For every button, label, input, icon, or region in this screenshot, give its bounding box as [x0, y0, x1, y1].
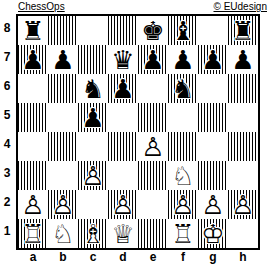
square-f2[interactable]: ♟♙: [168, 190, 198, 219]
rank-label-4: 4: [0, 130, 14, 159]
square-c3[interactable]: ♟♙: [78, 161, 108, 190]
square-a5[interactable]: [18, 103, 48, 132]
piece-outline-layer: ♘: [48, 219, 78, 248]
black-rook-a8[interactable]: ♜: [18, 16, 48, 45]
square-e6[interactable]: [138, 74, 168, 103]
square-b8[interactable]: [48, 16, 78, 45]
piece-glyph: ♟: [138, 45, 168, 74]
piece-glyph: ♞: [168, 74, 198, 103]
white-pawn-f2[interactable]: ♟♙: [168, 190, 198, 219]
square-c2[interactable]: [78, 190, 108, 219]
white-pawn-e4[interactable]: ♟♙: [138, 132, 168, 161]
square-e2[interactable]: [138, 190, 168, 219]
black-pawn-b7[interactable]: ♟: [48, 45, 78, 74]
white-pawn-b2[interactable]: ♟♙: [48, 190, 78, 219]
square-h7[interactable]: ♟: [228, 45, 258, 74]
white-king-g1[interactable]: ♚♔: [198, 219, 228, 248]
piece-glyph: ♛: [108, 45, 138, 74]
copyright-credit: © EUdesign: [213, 1, 267, 13]
white-pawn-a2[interactable]: ♟♙: [18, 190, 48, 219]
square-c7[interactable]: [78, 45, 108, 74]
rank-label-8: 8: [0, 14, 14, 43]
white-rook-f1[interactable]: ♜♖: [168, 219, 198, 248]
square-d8[interactable]: [108, 16, 138, 45]
black-pawn-a7[interactable]: ♟: [18, 45, 48, 74]
white-queen-d1[interactable]: ♛♕: [108, 219, 138, 248]
piece-glyph: ♟: [198, 45, 228, 74]
rank-label-3: 3: [0, 159, 14, 188]
piece-outline-layer: ♖: [18, 219, 48, 248]
square-c1[interactable]: ♝♗: [78, 219, 108, 248]
white-rook-a1[interactable]: ♜♖: [18, 219, 48, 248]
square-h4[interactable]: [228, 132, 258, 161]
piece-glyph: ♚: [138, 16, 168, 45]
black-knight-f6[interactable]: ♞: [168, 74, 198, 103]
square-c4[interactable]: [78, 132, 108, 161]
white-knight-f3[interactable]: ♞♘: [168, 161, 198, 190]
file-label-a: a: [18, 250, 48, 264]
rank-label-2: 2: [0, 188, 14, 217]
app-title: ChessOps: [18, 1, 65, 13]
square-f8[interactable]: ♝: [168, 16, 198, 45]
square-g1[interactable]: ♚♔: [198, 219, 228, 248]
square-e1[interactable]: [138, 219, 168, 248]
square-a2[interactable]: ♟♙: [18, 190, 48, 219]
black-pawn-c5[interactable]: ♟: [78, 103, 108, 132]
square-h2[interactable]: ♟♙: [228, 190, 258, 219]
piece-outline-layer: ♙: [138, 132, 168, 161]
piece-outline-layer: ♕: [108, 219, 138, 248]
square-d7[interactable]: ♛: [108, 45, 138, 74]
file-label-e: e: [138, 250, 168, 264]
piece-outline-layer: ♙: [168, 190, 198, 219]
square-c5[interactable]: ♟: [78, 103, 108, 132]
square-h5[interactable]: [228, 103, 258, 132]
square-a1[interactable]: ♜♖: [18, 219, 48, 248]
white-pawn-c3[interactable]: ♟♙: [78, 161, 108, 190]
square-g5[interactable]: [198, 103, 228, 132]
piece-outline-layer: ♗: [78, 219, 108, 248]
piece-outline-layer: ♙: [108, 190, 138, 219]
piece-glyph: ♝: [168, 16, 198, 45]
square-g8[interactable]: [198, 16, 228, 45]
square-f1[interactable]: ♜♖: [168, 219, 198, 248]
piece-glyph: ♜: [18, 16, 48, 45]
square-b5[interactable]: [48, 103, 78, 132]
piece-glyph: ♟: [78, 103, 108, 132]
square-f3[interactable]: ♞♘: [168, 161, 198, 190]
piece-glyph: ♟: [48, 45, 78, 74]
rank-label-6: 6: [0, 72, 14, 101]
white-pawn-d2[interactable]: ♟♙: [108, 190, 138, 219]
rank-label-5: 5: [0, 101, 14, 130]
piece-outline-layer: ♘: [168, 161, 198, 190]
square-e3[interactable]: [138, 161, 168, 190]
square-a7[interactable]: ♟: [18, 45, 48, 74]
square-h8[interactable]: ♜: [228, 16, 258, 45]
square-a4[interactable]: [18, 132, 48, 161]
black-pawn-h7[interactable]: ♟: [228, 45, 258, 74]
black-bishop-f8[interactable]: ♝: [168, 16, 198, 45]
piece-glyph: ♞: [78, 74, 108, 103]
square-f6[interactable]: ♞: [168, 74, 198, 103]
square-b2[interactable]: ♟♙: [48, 190, 78, 219]
file-label-f: f: [168, 250, 198, 264]
square-e8[interactable]: ♚: [138, 16, 168, 45]
square-b7[interactable]: ♟: [48, 45, 78, 74]
file-label-g: g: [198, 250, 228, 264]
square-d4[interactable]: [108, 132, 138, 161]
square-h3[interactable]: [228, 161, 258, 190]
square-h6[interactable]: [228, 74, 258, 103]
square-g7[interactable]: ♟: [198, 45, 228, 74]
piece-outline-layer: ♖: [168, 219, 198, 248]
black-pawn-d6[interactable]: ♟: [108, 74, 138, 103]
chess-board: ♜♚♝♜♟♟♛♟♟♟♟♞♟♞♟♟♙♟♙♞♘♟♙♟♙♟♙♟♙♟♙♟♙♜♖♞♘♝♗♛…: [16, 14, 260, 250]
square-b1[interactable]: ♞♘: [48, 219, 78, 248]
square-d1[interactable]: ♛♕: [108, 219, 138, 248]
square-c8[interactable]: [78, 16, 108, 45]
black-rook-h8[interactable]: ♜: [228, 16, 258, 45]
piece-glyph: ♟: [18, 45, 48, 74]
file-label-d: d: [108, 250, 138, 264]
square-h1[interactable]: [228, 219, 258, 248]
piece-outline-layer: ♙: [78, 161, 108, 190]
square-a8[interactable]: ♜: [18, 16, 48, 45]
black-pawn-g7[interactable]: ♟: [198, 45, 228, 74]
square-g6[interactable]: [198, 74, 228, 103]
square-e7[interactable]: ♟: [138, 45, 168, 74]
square-e5[interactable]: [138, 103, 168, 132]
file-label-b: b: [48, 250, 78, 264]
white-pawn-h2[interactable]: ♟♙: [228, 190, 258, 219]
piece-glyph: ♜: [228, 16, 258, 45]
square-d5[interactable]: [108, 103, 138, 132]
square-c6[interactable]: ♞: [78, 74, 108, 103]
piece-glyph: ♟: [228, 45, 258, 74]
black-pawn-e7[interactable]: ♟: [138, 45, 168, 74]
rank-label-1: 1: [0, 217, 14, 246]
square-g3[interactable]: [198, 161, 228, 190]
black-queen-d7[interactable]: ♛: [108, 45, 138, 74]
chessops-window: ChessOps © EUdesign 87654321 ♜♚♝♜♟♟♛♟♟♟♟…: [0, 0, 270, 270]
white-bishop-c1[interactable]: ♝♗: [78, 219, 108, 248]
black-king-e8[interactable]: ♚: [138, 16, 168, 45]
piece-glyph: ♟: [168, 45, 198, 74]
piece-outline-layer: ♙: [18, 190, 48, 219]
square-b6[interactable]: [48, 74, 78, 103]
piece-glyph: ♟: [108, 74, 138, 103]
square-f7[interactable]: ♟: [168, 45, 198, 74]
square-a6[interactable]: [18, 74, 48, 103]
square-d6[interactable]: ♟: [108, 74, 138, 103]
file-label-h: h: [228, 250, 258, 264]
piece-outline-layer: ♔: [198, 219, 228, 248]
file-label-c: c: [78, 250, 108, 264]
square-e4[interactable]: ♟♙: [138, 132, 168, 161]
square-d2[interactable]: ♟♙: [108, 190, 138, 219]
white-pawn-g2[interactable]: ♟♙: [198, 190, 228, 219]
square-b3[interactable]: [48, 161, 78, 190]
square-g2[interactable]: ♟♙: [198, 190, 228, 219]
piece-outline-layer: ♙: [198, 190, 228, 219]
piece-outline-layer: ♙: [48, 190, 78, 219]
square-a3[interactable]: [18, 161, 48, 190]
rank-label-7: 7: [0, 43, 14, 72]
black-knight-c6[interactable]: ♞: [78, 74, 108, 103]
square-f4[interactable]: [168, 132, 198, 161]
black-pawn-f7[interactable]: ♟: [168, 45, 198, 74]
square-g4[interactable]: [198, 132, 228, 161]
white-knight-b1[interactable]: ♞♘: [48, 219, 78, 248]
square-d3[interactable]: [108, 161, 138, 190]
square-b4[interactable]: [48, 132, 78, 161]
square-f5[interactable]: [168, 103, 198, 132]
piece-outline-layer: ♙: [228, 190, 258, 219]
